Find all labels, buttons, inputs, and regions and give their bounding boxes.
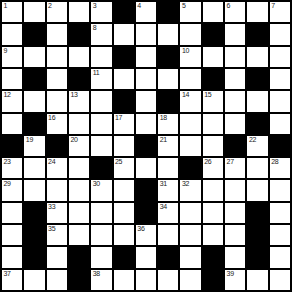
crossword-cell-r6c7[interactable]: 21 [158, 136, 178, 156]
crossword-cell-r7c2[interactable]: 24 [47, 158, 67, 178]
crossword-cell-r10c9[interactable] [203, 225, 223, 245]
blocked-cell-r1c1 [24, 24, 44, 44]
blocked-cell-r11c5 [114, 247, 134, 267]
blocked-cell-r3c11 [247, 69, 267, 89]
crossword-grid: 1234567891011121314151617181920212223242… [0, 0, 292, 292]
crossword-cell-r0c12[interactable]: 7 [270, 2, 290, 22]
crossword-cell-r8c1[interactable] [24, 180, 44, 200]
crossword-cell-r10c4[interactable] [91, 225, 111, 245]
crossword-cell-r0c9[interactable] [203, 2, 223, 22]
blocked-cell-r5c1 [24, 114, 44, 134]
crossword-cell-r1c0[interactable] [2, 24, 22, 44]
blocked-cell-r9c11 [247, 203, 267, 223]
clue-number-2: 2 [48, 2, 52, 10]
crossword-cell-r12c7[interactable] [158, 270, 178, 290]
clue-number-21: 21 [160, 136, 167, 144]
crossword-cell-r5c9[interactable] [203, 114, 223, 134]
crossword-cell-r9c0[interactable] [2, 203, 22, 223]
crossword-cell-r12c5[interactable] [114, 270, 134, 290]
crossword-cell-r4c1[interactable] [24, 91, 44, 111]
crossword-cell-r9c10[interactable] [225, 203, 245, 223]
clue-number-32: 32 [182, 180, 189, 188]
crossword-cell-r5c2[interactable]: 16 [47, 114, 67, 134]
crossword-cell-r10c7[interactable] [158, 225, 178, 245]
crossword-cell-r4c2[interactable] [47, 91, 67, 111]
clue-number-17: 17 [115, 114, 122, 122]
blocked-cell-r4c5 [114, 91, 134, 111]
clue-number-24: 24 [48, 158, 55, 166]
crossword-cell-r7c9[interactable]: 26 [203, 158, 223, 178]
blocked-cell-r1c9 [203, 24, 223, 44]
clue-number-36: 36 [137, 225, 144, 233]
clue-number-30: 30 [93, 180, 100, 188]
blocked-cell-r2c7 [158, 47, 178, 67]
crossword-cell-r8c3[interactable] [69, 180, 89, 200]
crossword-cell-r12c12[interactable] [270, 270, 290, 290]
crossword-cell-r1c4[interactable]: 8 [91, 24, 111, 44]
crossword-cell-r9c7[interactable]: 34 [158, 203, 178, 223]
clue-number-22: 22 [249, 136, 256, 144]
crossword-cell-r4c8[interactable]: 14 [180, 91, 200, 111]
crossword-cell-r4c10[interactable] [225, 91, 245, 111]
crossword-cell-r1c8[interactable] [180, 24, 200, 44]
crossword-puzzle: 1234567891011121314151617181920212223242… [0, 0, 292, 292]
crossword-cell-r4c4[interactable] [91, 91, 111, 111]
crossword-cell-r1c5[interactable] [114, 24, 134, 44]
crossword-cell-r6c11[interactable]: 22 [247, 136, 267, 156]
crossword-cell-r5c6[interactable] [136, 114, 156, 134]
crossword-cell-r6c1[interactable]: 19 [24, 136, 44, 156]
blocked-cell-r3c3 [69, 69, 89, 89]
crossword-cell-r2c10[interactable] [225, 47, 245, 67]
crossword-cell-r4c3[interactable]: 13 [69, 91, 89, 111]
crossword-cell-r9c12[interactable] [270, 203, 290, 223]
blocked-cell-r9c6 [136, 203, 156, 223]
crossword-cell-r12c10[interactable]: 39 [225, 270, 245, 290]
crossword-cell-r11c6[interactable] [136, 247, 156, 267]
blocked-cell-r6c2 [47, 136, 67, 156]
blocked-cell-r3c9 [203, 69, 223, 89]
crossword-cell-r0c2[interactable]: 2 [47, 2, 67, 22]
clue-number-13: 13 [70, 91, 77, 99]
crossword-cell-r2c11[interactable] [247, 47, 267, 67]
clue-number-9: 9 [4, 47, 8, 55]
crossword-cell-r1c2[interactable] [47, 24, 67, 44]
crossword-cell-r10c6[interactable]: 36 [136, 225, 156, 245]
crossword-cell-r5c10[interactable] [225, 114, 245, 134]
crossword-cell-r8c0[interactable]: 29 [2, 180, 22, 200]
blocked-cell-r4c7 [158, 91, 178, 111]
crossword-cell-r9c2[interactable]: 33 [47, 203, 67, 223]
crossword-cell-r7c1[interactable] [24, 158, 44, 178]
clue-number-7: 7 [271, 2, 275, 10]
crossword-cell-r8c11[interactable] [247, 180, 267, 200]
crossword-cell-r7c11[interactable] [247, 158, 267, 178]
clue-number-37: 37 [4, 270, 11, 278]
clue-number-8: 8 [93, 24, 97, 32]
blocked-cell-r7c8 [180, 158, 200, 178]
blocked-cell-r1c11 [247, 24, 267, 44]
crossword-cell-r7c0[interactable]: 23 [2, 158, 22, 178]
crossword-cell-r5c5[interactable]: 17 [114, 114, 134, 134]
crossword-cell-r2c8[interactable]: 10 [180, 47, 200, 67]
clue-number-16: 16 [48, 114, 55, 122]
clue-number-11: 11 [93, 69, 100, 77]
clue-number-28: 28 [271, 158, 278, 166]
clue-number-6: 6 [227, 2, 231, 10]
crossword-cell-r11c10[interactable] [225, 247, 245, 267]
clue-number-31: 31 [160, 180, 167, 188]
crossword-cell-r3c7[interactable] [158, 69, 178, 89]
clue-number-27: 27 [227, 158, 234, 166]
crossword-cell-r9c9[interactable] [203, 203, 223, 223]
crossword-cell-r8c10[interactable] [225, 180, 245, 200]
blocked-cell-r11c11 [247, 247, 267, 267]
blocked-cell-r8c6 [136, 180, 156, 200]
clue-number-29: 29 [4, 180, 11, 188]
blocked-cell-r6c6 [136, 136, 156, 156]
blocked-cell-r9c1 [24, 203, 44, 223]
crossword-cell-r8c2[interactable] [47, 180, 67, 200]
blocked-cell-r7c4 [91, 158, 111, 178]
crossword-cell-r3c0[interactable] [2, 69, 22, 89]
clue-number-3: 3 [93, 2, 97, 10]
blocked-cell-r6c10 [225, 136, 245, 156]
blocked-cell-r12c9 [203, 270, 223, 290]
crossword-cell-r2c3[interactable] [69, 47, 89, 67]
clue-number-4: 4 [137, 2, 141, 10]
crossword-cell-r10c3[interactable] [69, 225, 89, 245]
crossword-cell-r8c9[interactable] [203, 180, 223, 200]
crossword-cell-r6c8[interactable] [180, 136, 200, 156]
blocked-cell-r10c1 [24, 225, 44, 245]
crossword-cell-r11c4[interactable] [91, 247, 111, 267]
crossword-cell-r3c6[interactable] [136, 69, 156, 89]
crossword-cell-r6c4[interactable] [91, 136, 111, 156]
crossword-cell-r0c4[interactable]: 3 [91, 2, 111, 22]
blocked-cell-r10c11 [247, 225, 267, 245]
crossword-cell-r12c4[interactable]: 38 [91, 270, 111, 290]
clue-number-19: 19 [26, 136, 33, 144]
crossword-cell-r12c2[interactable] [47, 270, 67, 290]
blocked-cell-r2c5 [114, 47, 134, 67]
crossword-cell-r1c6[interactable] [136, 24, 156, 44]
crossword-cell-r1c12[interactable] [270, 24, 290, 44]
crossword-cell-r10c8[interactable] [180, 225, 200, 245]
crossword-cell-r7c5[interactable]: 25 [114, 158, 134, 178]
blocked-cell-r5c11 [247, 114, 267, 134]
crossword-cell-r7c12[interactable]: 28 [270, 158, 290, 178]
crossword-cell-r12c6[interactable] [136, 270, 156, 290]
crossword-cell-r1c10[interactable] [225, 24, 245, 44]
blocked-cell-r12c3 [69, 270, 89, 290]
blocked-cell-r11c7 [158, 247, 178, 267]
crossword-cell-r5c12[interactable] [270, 114, 290, 134]
crossword-cell-r11c12[interactable] [270, 247, 290, 267]
crossword-cell-r10c5[interactable] [114, 225, 134, 245]
crossword-cell-r4c9[interactable]: 15 [203, 91, 223, 111]
crossword-cell-r0c1[interactable] [24, 2, 44, 22]
crossword-cell-r0c11[interactable] [247, 2, 267, 22]
clue-number-25: 25 [115, 158, 122, 166]
clue-number-1: 1 [4, 2, 8, 10]
crossword-cell-r7c6[interactable] [136, 158, 156, 178]
crossword-cell-r4c12[interactable] [270, 91, 290, 111]
crossword-cell-r0c6[interactable]: 4 [136, 2, 156, 22]
crossword-cell-r10c2[interactable]: 35 [47, 225, 67, 245]
clue-number-18: 18 [160, 114, 167, 122]
crossword-cell-r10c12[interactable] [270, 225, 290, 245]
crossword-cell-r2c4[interactable] [91, 47, 111, 67]
blocked-cell-r11c1 [24, 247, 44, 267]
crossword-cell-r2c6[interactable] [136, 47, 156, 67]
crossword-cell-r12c0[interactable]: 37 [2, 270, 22, 290]
crossword-cell-r8c5[interactable] [114, 180, 134, 200]
crossword-cell-r11c0[interactable] [2, 247, 22, 267]
crossword-cell-r12c8[interactable] [180, 270, 200, 290]
crossword-cell-r10c10[interactable] [225, 225, 245, 245]
clue-number-10: 10 [182, 47, 189, 55]
crossword-cell-r5c0[interactable] [2, 114, 22, 134]
clue-number-5: 5 [182, 2, 186, 10]
clue-number-38: 38 [93, 270, 100, 278]
crossword-cell-r2c12[interactable] [270, 47, 290, 67]
crossword-cell-r2c0[interactable]: 9 [2, 47, 22, 67]
crossword-cell-r3c5[interactable] [114, 69, 134, 89]
crossword-cell-r7c10[interactable]: 27 [225, 158, 245, 178]
clue-number-20: 20 [70, 136, 77, 144]
blocked-cell-r11c3 [69, 247, 89, 267]
crossword-cell-r5c8[interactable] [180, 114, 200, 134]
clue-number-12: 12 [4, 91, 11, 99]
crossword-cell-r0c0[interactable]: 1 [2, 2, 22, 22]
crossword-cell-r11c8[interactable] [180, 247, 200, 267]
crossword-cell-r9c5[interactable] [114, 203, 134, 223]
crossword-cell-r3c8[interactable] [180, 69, 200, 89]
crossword-cell-r5c4[interactable] [91, 114, 111, 134]
blocked-cell-r0c5 [114, 2, 134, 22]
blocked-cell-r3c1 [24, 69, 44, 89]
crossword-cell-r5c7[interactable]: 18 [158, 114, 178, 134]
clue-number-39: 39 [227, 270, 234, 278]
crossword-cell-r10c0[interactable] [2, 225, 22, 245]
crossword-cell-r12c1[interactable] [24, 270, 44, 290]
clue-number-23: 23 [4, 158, 11, 166]
clue-number-26: 26 [204, 158, 211, 166]
crossword-cell-r3c2[interactable] [47, 69, 67, 89]
clue-number-34: 34 [160, 203, 167, 211]
crossword-cell-r3c4[interactable]: 11 [91, 69, 111, 89]
crossword-cell-r5c3[interactable] [69, 114, 89, 134]
blocked-cell-r0c7 [158, 2, 178, 22]
crossword-cell-r6c9[interactable] [203, 136, 223, 156]
clue-number-35: 35 [48, 225, 55, 233]
crossword-cell-r8c4[interactable]: 30 [91, 180, 111, 200]
crossword-cell-r9c8[interactable] [180, 203, 200, 223]
crossword-cell-r1c7[interactable] [158, 24, 178, 44]
crossword-cell-r4c11[interactable] [247, 91, 267, 111]
clue-number-33: 33 [48, 203, 55, 211]
crossword-cell-r3c12[interactable] [270, 69, 290, 89]
crossword-cell-r7c7[interactable] [158, 158, 178, 178]
crossword-cell-r8c7[interactable]: 31 [158, 180, 178, 200]
crossword-cell-r4c0[interactable]: 12 [2, 91, 22, 111]
clue-number-14: 14 [182, 91, 189, 99]
crossword-cell-r8c12[interactable] [270, 180, 290, 200]
crossword-cell-r0c8[interactable]: 5 [180, 2, 200, 22]
blocked-cell-r1c3 [69, 24, 89, 44]
crossword-cell-r2c2[interactable] [47, 47, 67, 67]
crossword-cell-r11c2[interactable] [47, 247, 67, 267]
crossword-cell-r6c3[interactable]: 20 [69, 136, 89, 156]
clue-number-15: 15 [204, 91, 211, 99]
crossword-cell-r7c3[interactable] [69, 158, 89, 178]
crossword-cell-r2c9[interactable] [203, 47, 223, 67]
crossword-cell-r8c8[interactable]: 32 [180, 180, 200, 200]
crossword-cell-r0c3[interactable] [69, 2, 89, 22]
blocked-cell-r6c12 [270, 136, 290, 156]
crossword-cell-r4c6[interactable] [136, 91, 156, 111]
crossword-cell-r9c3[interactable] [69, 203, 89, 223]
crossword-cell-r9c4[interactable] [91, 203, 111, 223]
blocked-cell-r6c0 [2, 136, 22, 156]
crossword-cell-r2c1[interactable] [24, 47, 44, 67]
crossword-cell-r12c11[interactable] [247, 270, 267, 290]
crossword-cell-r6c5[interactable] [114, 136, 134, 156]
blocked-cell-r11c9 [203, 247, 223, 267]
crossword-cell-r3c10[interactable] [225, 69, 245, 89]
crossword-cell-r0c10[interactable]: 6 [225, 2, 245, 22]
